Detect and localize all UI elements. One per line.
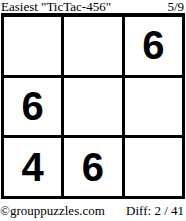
copyright-text: ©grouppuzzles.com (0, 204, 105, 218)
cell-r2c1: 6 (64, 138, 121, 196)
cell-r2c0: 4 (4, 138, 61, 196)
puzzle-title: Easiest "TicTac-456" (1, 0, 111, 13)
cell-r1c0: 6 (4, 78, 61, 136)
puzzle-counter: 5/9 (167, 0, 184, 13)
cell-r2c2[interactable] (125, 138, 182, 196)
cell-r0c0[interactable] (4, 17, 61, 75)
cell-r1c1[interactable] (64, 78, 121, 136)
cell-r0c2: 6 (125, 17, 182, 75)
difficulty-text: Diff: 2 / 41 (126, 204, 184, 218)
tictac-board: 6 6 4 6 (1, 13, 185, 199)
cell-r0c1[interactable] (64, 17, 121, 75)
footer: ©grouppuzzles.com Diff: 2 / 41 (0, 204, 186, 218)
header: Easiest "TicTac-456" 5/9 (0, 0, 186, 13)
cell-r1c2[interactable] (125, 78, 182, 136)
